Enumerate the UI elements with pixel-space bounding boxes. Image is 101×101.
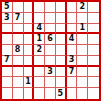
cell-r9c4[interactable] [34,88,45,99]
cell-r8c1[interactable] [2,77,13,88]
cell-r2c6[interactable] [56,13,67,24]
cell-r8c8[interactable] [77,77,88,88]
cell-r3c1[interactable] [2,24,13,35]
cell-r9c3[interactable] [24,88,35,99]
sudoku-puzzle: 52374116482733715 [0,0,101,101]
given-cell-r4c7: 4 [67,34,78,45]
given-cell-r8c3: 1 [24,77,35,88]
cell-r8c5[interactable] [45,77,56,88]
cell-r2c5[interactable] [45,13,56,24]
cell-r7c1[interactable] [2,67,13,78]
given-cell-r3c8: 1 [77,24,88,35]
cell-r8c4[interactable] [34,77,45,88]
cell-r6c5[interactable] [45,56,56,67]
cell-r6c8[interactable] [77,56,88,67]
cell-r1c9[interactable] [88,2,99,13]
given-cell-r3c4: 4 [34,24,45,35]
cell-r7c3[interactable] [24,67,35,78]
given-cell-r4c4: 1 [34,34,45,45]
cell-r6c9[interactable] [88,56,99,67]
cell-r6c2[interactable] [13,56,24,67]
given-cell-r7c7: 7 [67,67,78,78]
cell-r5c6[interactable] [56,45,67,56]
cell-r6c3[interactable] [24,56,35,67]
cell-r6c6[interactable] [56,56,67,67]
cell-r7c2[interactable] [13,67,24,78]
cell-r2c8[interactable] [77,13,88,24]
given-cell-r6c1: 7 [2,56,13,67]
cell-r5c9[interactable] [88,45,99,56]
sudoku-board: 52374116482733715 [0,0,101,101]
cell-r3c2[interactable] [13,24,24,35]
given-cell-r1c1: 5 [2,2,13,13]
cell-r1c3[interactable] [24,2,35,13]
given-cell-r5c4: 2 [34,45,45,56]
cell-r1c4[interactable] [34,2,45,13]
cell-r1c5[interactable] [45,2,56,13]
cell-r6c4[interactable] [34,56,45,67]
cell-r8c6[interactable] [56,77,67,88]
given-cell-r2c2: 7 [13,13,24,24]
cell-r2c4[interactable] [34,13,45,24]
cell-r9c7[interactable] [67,88,78,99]
cell-r5c7[interactable] [67,45,78,56]
cell-r7c6[interactable] [56,67,67,78]
cell-r1c2[interactable] [13,2,24,13]
cell-r8c7[interactable] [67,77,78,88]
given-cell-r9c6: 5 [56,88,67,99]
cell-r2c9[interactable] [88,13,99,24]
cell-r7c9[interactable] [88,67,99,78]
cell-r3c6[interactable] [56,24,67,35]
cell-r7c4[interactable] [34,67,45,78]
cell-r3c5[interactable] [45,24,56,35]
given-cell-r5c2: 8 [13,45,24,56]
given-cell-r2c1: 3 [2,13,13,24]
cell-r9c2[interactable] [13,88,24,99]
cell-r7c8[interactable] [77,67,88,78]
cell-r9c5[interactable] [45,88,56,99]
cell-r4c3[interactable] [24,34,35,45]
cell-r2c7[interactable] [67,13,78,24]
cell-r8c2[interactable] [13,77,24,88]
cell-r1c7[interactable] [67,2,78,13]
cell-r3c9[interactable] [88,24,99,35]
given-cell-r1c8: 2 [77,2,88,13]
cell-r2c3[interactable] [24,13,35,24]
given-cell-r6c7: 3 [67,56,78,67]
cell-r5c1[interactable] [2,45,13,56]
cell-r4c8[interactable] [77,34,88,45]
cell-r5c8[interactable] [77,45,88,56]
cell-r9c9[interactable] [88,88,99,99]
cell-r9c8[interactable] [77,88,88,99]
given-cell-r4c5: 6 [45,34,56,45]
cell-r4c9[interactable] [88,34,99,45]
cell-r3c7[interactable] [67,24,78,35]
given-cell-r7c5: 3 [45,67,56,78]
cell-r4c6[interactable] [56,34,67,45]
cell-r4c2[interactable] [13,34,24,45]
cell-r3c3[interactable] [24,24,35,35]
cell-r5c3[interactable] [24,45,35,56]
cell-r8c9[interactable] [88,77,99,88]
cell-r9c1[interactable] [2,88,13,99]
cell-r4c1[interactable] [2,34,13,45]
cell-r1c6[interactable] [56,2,67,13]
cell-r5c5[interactable] [45,45,56,56]
